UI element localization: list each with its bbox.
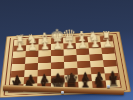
square [64,61,77,68]
square [64,55,77,62]
board-grid: ♜♞♝♚♛♝♞♜♟♟♟♟♟♟♟♟♟♟♟♟♟♟♟♟♜♞♝♚♛♝♞♜ [9,36,120,92]
square [89,54,103,61]
square [102,53,116,60]
square [51,62,64,69]
square [25,57,38,64]
latch-icon [107,85,110,88]
photo-background: ♜♞♝♚♛♝♞♜♟♟♟♟♟♟♟♟♟♟♟♟♟♟♟♟♜♞♝♚♛♝♞♜ [0,0,133,100]
square [12,57,25,64]
square [64,49,77,56]
latch-icon [61,91,64,94]
square [77,67,91,74]
square [51,56,64,63]
